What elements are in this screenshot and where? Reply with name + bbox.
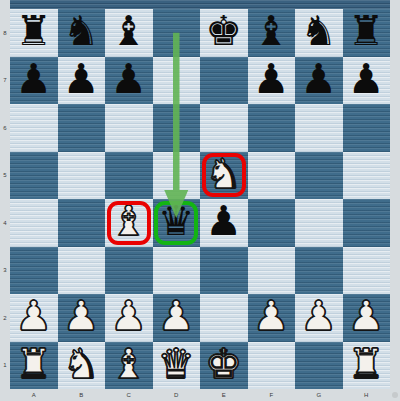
white-bishop-icon[interactable]: ♝ (110, 344, 147, 385)
rank-label-6: 6 (1, 125, 9, 131)
square-e7[interactable] (200, 57, 248, 105)
square-f6[interactable] (248, 104, 296, 152)
square-c8[interactable]: ♝ (105, 9, 153, 57)
square-d2[interactable]: ♟ (153, 294, 201, 342)
square-c6[interactable] (105, 104, 153, 152)
black-pawn-icon[interactable]: ♟ (253, 59, 290, 100)
white-pawn-icon[interactable]: ♟ (348, 296, 385, 337)
white-pawn-icon[interactable]: ♟ (158, 296, 195, 337)
square-a8[interactable]: ♜ (10, 9, 58, 57)
square-c5[interactable] (105, 152, 153, 200)
square-c1[interactable]: ♝ (105, 342, 153, 390)
square-d8[interactable] (153, 9, 201, 57)
black-bishop-icon[interactable]: ♝ (253, 11, 290, 52)
square-h7[interactable]: ♟ (343, 57, 391, 105)
corner-dot (392, 392, 398, 398)
square-d7[interactable] (153, 57, 201, 105)
square-a6[interactable] (10, 104, 58, 152)
square-e8[interactable]: ♚ (200, 9, 248, 57)
rank-label-2: 2 (1, 315, 9, 321)
black-pawn-icon[interactable]: ♟ (205, 201, 242, 242)
square-d5[interactable] (153, 152, 201, 200)
square-b6[interactable] (58, 104, 106, 152)
white-pawn-icon[interactable]: ♟ (300, 296, 337, 337)
square-e3[interactable] (200, 247, 248, 295)
rank-label-8: 8 (1, 30, 9, 36)
square-f8[interactable]: ♝ (248, 9, 296, 57)
square-h5[interactable] (343, 152, 391, 200)
file-label-F: F (248, 392, 296, 398)
square-b7[interactable]: ♟ (58, 57, 106, 105)
white-bishop-icon[interactable]: ♝ (110, 201, 147, 242)
square-g8[interactable]: ♞ (295, 9, 343, 57)
square-g3[interactable] (295, 247, 343, 295)
chess-board: ♜♞♝♚♝♞♜♟♟♟♟♟♟♞♝♛♟♟♟♟♟♟♟♟♜♞♝♛♚♜ (10, 9, 390, 389)
white-pawn-icon[interactable]: ♟ (253, 296, 290, 337)
square-a4[interactable] (10, 199, 58, 247)
rank-label-5: 5 (1, 172, 9, 178)
square-g1[interactable] (295, 342, 343, 390)
square-a2[interactable]: ♟ (10, 294, 58, 342)
square-b5[interactable] (58, 152, 106, 200)
file-label-E: E (200, 392, 248, 398)
white-knight-icon[interactable]: ♞ (205, 154, 242, 195)
square-c7[interactable]: ♟ (105, 57, 153, 105)
square-f7[interactable]: ♟ (248, 57, 296, 105)
square-h2[interactable]: ♟ (343, 294, 391, 342)
square-d3[interactable] (153, 247, 201, 295)
white-knight-icon[interactable]: ♞ (63, 344, 100, 385)
white-rook-icon[interactable]: ♜ (15, 344, 52, 385)
square-b2[interactable]: ♟ (58, 294, 106, 342)
square-d4[interactable]: ♛ (153, 199, 201, 247)
square-f3[interactable] (248, 247, 296, 295)
square-h8[interactable]: ♜ (343, 9, 391, 57)
white-pawn-icon[interactable]: ♟ (63, 296, 100, 337)
square-f4[interactable] (248, 199, 296, 247)
black-knight-icon[interactable]: ♞ (300, 11, 337, 52)
black-knight-icon[interactable]: ♞ (63, 11, 100, 52)
square-g2[interactable]: ♟ (295, 294, 343, 342)
square-a7[interactable]: ♟ (10, 57, 58, 105)
square-b1[interactable]: ♞ (58, 342, 106, 390)
black-pawn-icon[interactable]: ♟ (110, 59, 147, 100)
square-a5[interactable] (10, 152, 58, 200)
file-label-B: B (58, 392, 106, 398)
square-b8[interactable]: ♞ (58, 9, 106, 57)
black-pawn-icon[interactable]: ♟ (348, 59, 385, 100)
file-label-G: G (295, 392, 343, 398)
black-rook-icon[interactable]: ♜ (348, 11, 385, 52)
white-queen-icon[interactable]: ♛ (158, 344, 195, 385)
square-e4[interactable]: ♟ (200, 199, 248, 247)
rank-label-1: 1 (1, 362, 9, 368)
file-label-H: H (343, 392, 391, 398)
rank-label-7: 7 (1, 77, 9, 83)
square-h3[interactable] (343, 247, 391, 295)
square-b3[interactable] (58, 247, 106, 295)
chess-app-screenshot: ♜♞♝♚♝♞♜♟♟♟♟♟♟♞♝♛♟♟♟♟♟♟♟♟♜♞♝♛♚♜ 87654321A… (0, 0, 400, 401)
square-e6[interactable] (200, 104, 248, 152)
black-bishop-icon[interactable]: ♝ (110, 11, 147, 52)
file-label-C: C (105, 392, 153, 398)
square-c3[interactable] (105, 247, 153, 295)
square-a3[interactable] (10, 247, 58, 295)
white-pawn-icon[interactable]: ♟ (110, 296, 147, 337)
square-f5[interactable] (248, 152, 296, 200)
white-king-icon[interactable]: ♚ (205, 344, 242, 385)
square-g6[interactable] (295, 104, 343, 152)
square-h4[interactable] (343, 199, 391, 247)
square-g7[interactable]: ♟ (295, 57, 343, 105)
square-g4[interactable] (295, 199, 343, 247)
file-label-D: D (153, 392, 201, 398)
square-d6[interactable] (153, 104, 201, 152)
black-pawn-icon[interactable]: ♟ (300, 59, 337, 100)
square-b4[interactable] (58, 199, 106, 247)
black-pawn-icon[interactable]: ♟ (15, 59, 52, 100)
white-pawn-icon[interactable]: ♟ (15, 296, 52, 337)
square-d1[interactable]: ♛ (153, 342, 201, 390)
black-rook-icon[interactable]: ♜ (15, 11, 52, 52)
black-pawn-icon[interactable]: ♟ (63, 59, 100, 100)
rank-label-4: 4 (1, 220, 9, 226)
square-c2[interactable]: ♟ (105, 294, 153, 342)
square-h1[interactable]: ♜ (343, 342, 391, 390)
square-f1[interactable] (248, 342, 296, 390)
square-e1[interactable]: ♚ (200, 342, 248, 390)
square-e2[interactable] (200, 294, 248, 342)
file-label-A: A (10, 392, 58, 398)
black-king-icon[interactable]: ♚ (205, 11, 242, 52)
square-e5[interactable]: ♞ (200, 152, 248, 200)
square-a1[interactable]: ♜ (10, 342, 58, 390)
white-rook-icon[interactable]: ♜ (348, 344, 385, 385)
black-queen-icon[interactable]: ♛ (158, 201, 195, 242)
square-f2[interactable]: ♟ (248, 294, 296, 342)
square-h6[interactable] (343, 104, 391, 152)
rank-label-3: 3 (1, 267, 9, 273)
square-g5[interactable] (295, 152, 343, 200)
square-c4[interactable]: ♝ (105, 199, 153, 247)
